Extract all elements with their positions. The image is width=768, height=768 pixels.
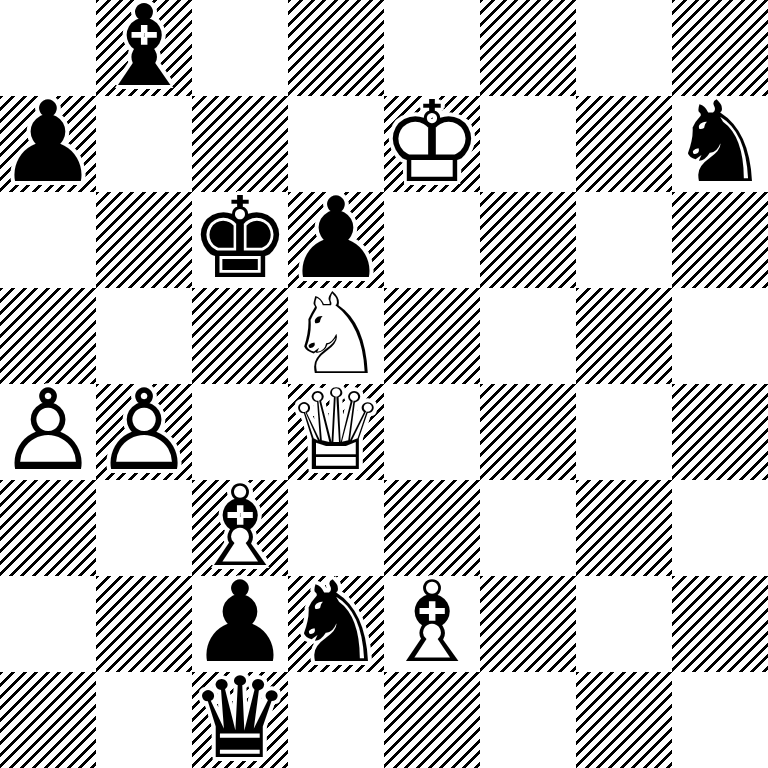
square-e4[interactable] — [384, 384, 480, 480]
square-f8[interactable] — [480, 0, 576, 96]
piece-white-pawn[interactable]: ♟♙ — [96, 384, 192, 480]
piece-white-bishop[interactable]: ♝♗ — [384, 576, 480, 672]
piece-black-queen[interactable]: ♛ — [192, 672, 288, 768]
square-f2[interactable] — [480, 576, 576, 672]
square-g1[interactable] — [576, 672, 672, 768]
square-b1[interactable] — [96, 672, 192, 768]
white-pawn-glyph-outline: ♙ — [94, 374, 194, 486]
square-b6[interactable] — [96, 192, 192, 288]
square-c6[interactable]: ♚ — [192, 192, 288, 288]
square-f3[interactable] — [480, 480, 576, 576]
square-c1[interactable]: ♛ — [192, 672, 288, 768]
square-g8[interactable] — [576, 0, 672, 96]
square-a1[interactable] — [0, 672, 96, 768]
piece-black-king[interactable]: ♚ — [192, 192, 288, 288]
square-g4[interactable] — [576, 384, 672, 480]
square-d8[interactable] — [288, 0, 384, 96]
black-knight-glyph: ♞ — [670, 86, 768, 198]
white-pawn-glyph-outline: ♙ — [0, 374, 98, 486]
square-a7[interactable]: ♟ — [0, 96, 96, 192]
square-f5[interactable] — [480, 288, 576, 384]
square-f4[interactable] — [480, 384, 576, 480]
square-a2[interactable] — [0, 576, 96, 672]
white-king-glyph-outline: ♔ — [382, 86, 482, 198]
piece-white-king[interactable]: ♚♔ — [384, 96, 480, 192]
square-h2[interactable] — [672, 576, 768, 672]
square-g2[interactable] — [576, 576, 672, 672]
square-g3[interactable] — [576, 480, 672, 576]
chess-board: ♝♟♚♔♞♚♟♞♘♟♙♟♙♛♕♝♗♟♞♝♗♛ — [0, 0, 768, 768]
square-f1[interactable] — [480, 672, 576, 768]
square-c8[interactable] — [192, 0, 288, 96]
square-h3[interactable] — [672, 480, 768, 576]
square-f7[interactable] — [480, 96, 576, 192]
piece-black-knight[interactable]: ♞ — [288, 576, 384, 672]
square-h4[interactable] — [672, 384, 768, 480]
black-pawn-glyph: ♟ — [0, 86, 98, 198]
square-g7[interactable] — [576, 96, 672, 192]
square-b2[interactable] — [96, 576, 192, 672]
white-bishop-glyph-outline: ♗ — [382, 566, 482, 678]
square-g6[interactable] — [576, 192, 672, 288]
square-h5[interactable] — [672, 288, 768, 384]
square-b4[interactable]: ♟♙ — [96, 384, 192, 480]
piece-black-knight[interactable]: ♞ — [672, 96, 768, 192]
square-e5[interactable] — [384, 288, 480, 384]
square-g5[interactable] — [576, 288, 672, 384]
black-knight-glyph: ♞ — [286, 566, 386, 678]
square-b8[interactable]: ♝ — [96, 0, 192, 96]
square-d4[interactable]: ♛♕ — [288, 384, 384, 480]
square-f6[interactable] — [480, 192, 576, 288]
black-king-glyph: ♚ — [190, 182, 290, 294]
square-a4[interactable]: ♟♙ — [0, 384, 96, 480]
square-e2[interactable]: ♝♗ — [384, 576, 480, 672]
black-queen-glyph: ♛ — [190, 662, 290, 768]
piece-black-pawn[interactable]: ♟ — [0, 96, 96, 192]
piece-white-queen[interactable]: ♛♕ — [288, 384, 384, 480]
piece-white-pawn[interactable]: ♟♙ — [0, 384, 96, 480]
square-h7[interactable]: ♞ — [672, 96, 768, 192]
white-queen-glyph-outline: ♕ — [286, 374, 386, 486]
square-d2[interactable]: ♞ — [288, 576, 384, 672]
black-bishop-glyph: ♝ — [94, 0, 194, 102]
square-e7[interactable]: ♚♔ — [384, 96, 480, 192]
piece-black-bishop[interactable]: ♝ — [96, 0, 192, 96]
square-h1[interactable] — [672, 672, 768, 768]
